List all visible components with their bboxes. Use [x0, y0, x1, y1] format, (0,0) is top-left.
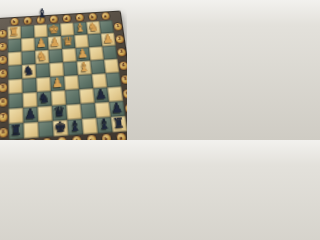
square-f8[interactable] — [38, 120, 54, 137]
square-g7[interactable]: ♟ — [23, 106, 38, 122]
captured-piece-on-rim: ♝ — [36, 7, 48, 20]
piece-bB-d8[interactable]: ♝ — [68, 117, 81, 132]
square-d8[interactable]: ♝ — [67, 118, 83, 135]
square-d2[interactable]: ♛ — [61, 35, 75, 49]
coordinate-disc-right-5: 5 — [120, 74, 127, 83]
piece-bR-a8[interactable]: ♜ — [111, 114, 125, 129]
square-c6[interactable] — [79, 88, 95, 104]
coordinate-disc-left-5: 5 — [0, 82, 7, 91]
square-g1[interactable] — [20, 25, 34, 38]
coordinate-disc-right-3: 3 — [117, 47, 126, 55]
square-f6[interactable]: ♞ — [36, 91, 51, 107]
piece-wP-c3[interactable]: ♟ — [76, 46, 88, 59]
square-c4[interactable]: ♝ — [76, 60, 91, 75]
square-h3[interactable] — [7, 51, 21, 65]
square-b4[interactable] — [90, 59, 105, 74]
coordinate-disc-right-7: 7 — [124, 103, 127, 112]
square-c5[interactable] — [77, 74, 92, 89]
piece-bP-g7[interactable]: ♟ — [24, 105, 36, 120]
square-h2[interactable] — [7, 38, 21, 52]
coordinate-disc-left-7: 7 — [0, 111, 7, 120]
coordinate-disc-right-4: 4 — [118, 61, 127, 69]
square-a2[interactable]: ♟ — [100, 32, 115, 46]
piece-wR-h1[interactable]: ♜ — [8, 25, 19, 37]
piece-wP-f2[interactable]: ♟ — [35, 35, 47, 48]
square-d3[interactable] — [61, 48, 76, 62]
coordinate-disc-top-d: d — [62, 14, 70, 22]
board-frame: hgfedcba 12345678 ♜♚♝♞♟♟♛♟♞♟♞♝♟♞♟♟♛♟♜♚♝♝… — [0, 10, 127, 140]
coordinate-disc-left-6: 6 — [0, 97, 7, 106]
square-c7[interactable] — [80, 102, 96, 118]
coordinate-disc-bottom-c: c — [86, 135, 96, 140]
piece-wB-c1[interactable]: ♝ — [74, 20, 86, 32]
square-e3[interactable] — [48, 49, 62, 63]
coordinate-disc-left-8: 8 — [0, 127, 7, 137]
square-a8[interactable]: ♜ — [110, 115, 127, 131]
square-c1[interactable]: ♝ — [73, 21, 87, 34]
coordinate-disc-top-a: a — [100, 12, 108, 20]
square-a4[interactable] — [103, 58, 118, 73]
chess-board: hgfedcba 12345678 ♜♚♝♞♟♟♛♟♞♟♞♝♟♞♟♟♛♟♜♚♝♝… — [0, 10, 127, 140]
coordinate-disc-left-2: 2 — [0, 42, 6, 50]
coordinate-disc-left-4: 4 — [0, 68, 7, 77]
square-g4[interactable]: ♞ — [21, 64, 35, 79]
coordinate-disc-right-6: 6 — [122, 88, 127, 97]
piece-wP-e5[interactable]: ♟ — [51, 75, 63, 89]
piece-bR-h8[interactable]: ♜ — [10, 121, 22, 136]
photo-scene: hgfedcba 12345678 ♜♚♝♞♟♟♛♟♞♟♞♝♟♞♟♟♛♟♜♚♝♝… — [0, 0, 127, 140]
piece-bN-g4[interactable]: ♞ — [23, 63, 35, 76]
piece-bN-f6[interactable]: ♞ — [37, 90, 49, 104]
coordinate-disc-bottom-g: g — [27, 139, 36, 140]
coordinate-disc-right-1: 1 — [113, 22, 122, 30]
coordinate-disc-right-2: 2 — [115, 34, 124, 42]
square-g5[interactable] — [22, 77, 37, 92]
square-h5[interactable] — [8, 78, 22, 93]
piece-wB-c4[interactable]: ♝ — [77, 59, 90, 72]
coordinate-disc-bottom-e: e — [56, 137, 65, 140]
square-b1[interactable]: ♞ — [86, 21, 101, 34]
square-e5[interactable]: ♟ — [50, 76, 65, 91]
square-b2[interactable] — [87, 33, 102, 47]
coordinate-disc-bottom-f: f — [41, 138, 50, 140]
square-h1[interactable]: ♜ — [7, 25, 21, 38]
piece-wP-e2[interactable]: ♟ — [48, 35, 60, 48]
square-c8[interactable] — [81, 117, 97, 134]
square-d4[interactable] — [62, 61, 77, 76]
piece-wP-a2[interactable]: ♟ — [101, 31, 113, 43]
square-d6[interactable] — [65, 89, 80, 105]
piece-wK-e1[interactable]: ♚ — [48, 22, 60, 34]
piece-wN-f3[interactable]: ♞ — [36, 48, 48, 61]
square-e2[interactable]: ♟ — [47, 36, 61, 50]
coordinate-disc-bottom-d: d — [71, 136, 80, 140]
piece-bP-a7[interactable]: ♟ — [110, 99, 124, 113]
piece-wQ-d2[interactable]: ♛ — [62, 34, 74, 46]
square-e8[interactable]: ♚ — [52, 119, 68, 136]
coordinate-disc-left-3: 3 — [0, 55, 6, 63]
board-grid: ♜♚♝♞♟♟♛♟♞♟♞♝♟♞♟♟♛♟♜♚♝♝♜ — [7, 20, 127, 139]
square-h8[interactable]: ♜ — [8, 122, 23, 139]
coordinate-disc-top-g: g — [23, 17, 31, 25]
square-b6[interactable]: ♟ — [93, 87, 109, 102]
piece-bK-e8[interactable]: ♚ — [53, 118, 66, 133]
square-b3[interactable] — [88, 46, 103, 60]
square-f3[interactable]: ♞ — [34, 49, 48, 63]
square-f4[interactable] — [35, 63, 50, 78]
piece-bP-b6[interactable]: ♟ — [94, 86, 107, 100]
square-g8[interactable] — [23, 121, 38, 138]
piece-bQ-e7[interactable]: ♛ — [52, 103, 65, 118]
square-g2[interactable] — [21, 37, 35, 51]
square-h6[interactable] — [8, 93, 23, 109]
square-a3[interactable] — [102, 45, 117, 59]
coordinate-disc-bottom-b: b — [101, 133, 111, 140]
square-b8[interactable]: ♝ — [96, 116, 112, 133]
square-d5[interactable] — [64, 75, 79, 90]
coordinate-disc-bottom-a: a — [115, 132, 125, 140]
square-f7[interactable] — [37, 105, 52, 121]
square-h4[interactable] — [8, 65, 22, 80]
piece-wN-b1[interactable]: ♞ — [87, 20, 99, 32]
coordinate-disc-left-1: 1 — [0, 29, 6, 37]
piece-bB-b8[interactable]: ♝ — [97, 115, 111, 130]
square-a5[interactable] — [105, 72, 121, 87]
